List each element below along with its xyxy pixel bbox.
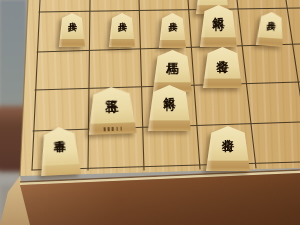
piece-silver-7h[interactable]: 銀将: [148, 85, 191, 131]
maker-signature-mark: [104, 126, 122, 131]
board-front-face: [20, 170, 300, 225]
piece-silver-6f[interactable]: 銀将: [200, 5, 237, 47]
piece-pawn-5f[interactable]: 歩兵: [256, 11, 285, 47]
piece-pawn-9f[interactable]: 歩兵: [59, 13, 85, 47]
piece-gold-6g[interactable]: 金将: [203, 47, 242, 88]
piece-king-8h[interactable]: 玉将: [87, 86, 137, 135]
piece-lance-9i[interactable]: 香車: [39, 126, 81, 176]
piece-pawn-7f[interactable]: 歩兵: [159, 13, 186, 48]
piece-gold-6i[interactable]: 金将: [206, 126, 250, 171]
shogi-photo-stage: 歩兵 歩兵 歩兵 銀将 歩兵 桂馬 金将 玉将 銀将 香車 金将: [0, 0, 300, 225]
piece-pawn-8f[interactable]: 歩兵: [109, 13, 135, 47]
